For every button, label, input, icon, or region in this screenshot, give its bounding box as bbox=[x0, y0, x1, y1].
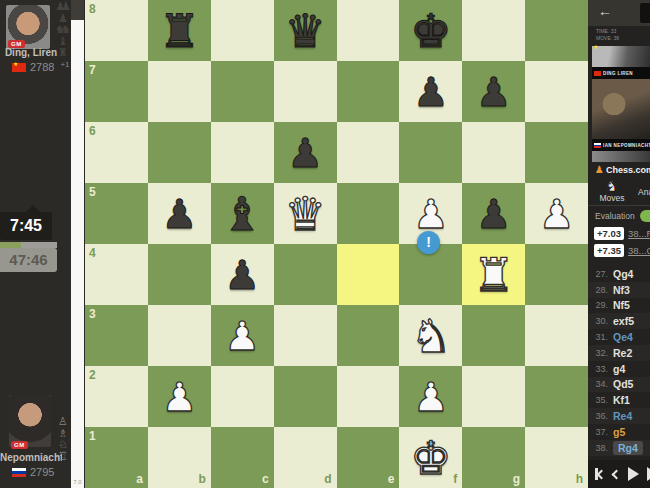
engine-line-moves[interactable]: 38...Qc7 bbox=[628, 245, 650, 256]
move-row-33[interactable]: 33.g4 bbox=[588, 361, 650, 377]
video-caption-top: DING LIREN bbox=[603, 71, 633, 76]
broadcast-meta: TIME: 33 MOVE: 38 bbox=[596, 28, 619, 42]
black-queen-d8[interactable]: ♛ bbox=[274, 0, 337, 61]
white-knight-f3[interactable]: ♞ bbox=[399, 305, 462, 366]
square-f2[interactable]: ♟ bbox=[399, 366, 462, 427]
square-g5[interactable]: ♟ bbox=[462, 183, 525, 244]
video-photo-top bbox=[592, 46, 650, 67]
move-number: 30. bbox=[588, 316, 608, 326]
sidebar-header: ← bbox=[588, 0, 650, 26]
video-photo-bottom bbox=[592, 151, 650, 162]
file-label-g: g bbox=[513, 472, 520, 486]
rating-row-top: 2788 bbox=[12, 61, 54, 73]
file-label-e: e bbox=[388, 472, 395, 486]
square-b6[interactable] bbox=[148, 122, 211, 183]
chesscom-logo: ♟ Chess.com bbox=[595, 164, 650, 175]
material-advantage: +1 bbox=[56, 59, 69, 69]
black-pawn-b5[interactable]: ♟ bbox=[148, 183, 211, 244]
move-san[interactable]: g5 bbox=[613, 426, 625, 438]
move-san[interactable]: Kf1 bbox=[613, 394, 630, 406]
meta-line-1: TIME: 33 bbox=[596, 28, 619, 35]
move-number: 33. bbox=[588, 364, 608, 374]
move-san[interactable]: Qe4 bbox=[613, 331, 633, 343]
square-g1[interactable]: g bbox=[462, 427, 525, 488]
square-c8[interactable] bbox=[211, 0, 274, 61]
video-caption-bottom: IAN NEPOMNIACHTCHI bbox=[603, 143, 650, 148]
square-b4[interactable] bbox=[148, 244, 211, 305]
move-san[interactable]: Nf3 bbox=[613, 284, 630, 296]
square-c5[interactable]: ♝ bbox=[211, 183, 274, 244]
move-san[interactable]: Nf5 bbox=[613, 299, 630, 311]
white-pawn-b2[interactable]: ♟ bbox=[148, 366, 211, 427]
square-h6[interactable] bbox=[525, 122, 588, 183]
player-name-bottom[interactable]: Nepomniacht... bbox=[0, 452, 62, 463]
black-clock: 7:45 bbox=[0, 212, 52, 240]
square-d1[interactable]: d bbox=[274, 427, 337, 488]
engine-line[interactable]: +7.0338...Ra8 bbox=[594, 226, 650, 241]
file-label-d: d bbox=[324, 472, 331, 486]
move-number: 35. bbox=[588, 395, 608, 405]
evaluation-bar: 7.0 bbox=[71, 0, 84, 488]
white-king-f1[interactable]: ♚ bbox=[399, 427, 462, 488]
square-d2[interactable] bbox=[274, 366, 337, 427]
white-queen-d5[interactable]: ♛ bbox=[274, 183, 337, 244]
captured-piece-icon: ♜ bbox=[58, 47, 68, 59]
rating-bottom: 2795 bbox=[30, 466, 54, 478]
black-pawn-g5[interactable]: ♟ bbox=[462, 183, 525, 244]
captured-piece-icon: ♟♟ bbox=[55, 1, 71, 13]
square-d3[interactable] bbox=[274, 305, 337, 366]
engine-line[interactable]: +7.3538...Qc7 bbox=[594, 243, 650, 258]
square-h3[interactable] bbox=[525, 305, 588, 366]
white-rook-g4[interactable]: ♜ bbox=[462, 244, 525, 305]
square-h4[interactable] bbox=[525, 244, 588, 305]
square-h1[interactable]: h bbox=[525, 427, 588, 488]
black-pawn-d6[interactable]: ♟ bbox=[274, 122, 337, 183]
square-c6[interactable] bbox=[211, 122, 274, 183]
white-pawn-c3[interactable]: ♟ bbox=[211, 305, 274, 366]
engine-lines: +7.0338...Ra8+7.3538...Qc7 bbox=[594, 226, 650, 260]
square-e2[interactable] bbox=[337, 366, 400, 427]
square-a3[interactable]: 3 bbox=[85, 305, 148, 366]
tab-moves[interactable]: ♞ Moves bbox=[588, 178, 636, 205]
russia-flag-icon bbox=[594, 143, 601, 148]
move-number: 27. bbox=[588, 269, 608, 279]
square-f8[interactable]: ♚ bbox=[399, 0, 462, 61]
square-g4[interactable]: ♜ bbox=[462, 244, 525, 305]
move-san[interactable]: Re2 bbox=[613, 347, 632, 359]
square-f7[interactable]: ♟ bbox=[399, 61, 462, 122]
rank-label-3: 3 bbox=[89, 307, 96, 321]
playback-controls bbox=[588, 460, 650, 488]
move-row-37[interactable]: 37.g5 bbox=[588, 424, 650, 440]
corner-piece-icon bbox=[640, 3, 650, 23]
jump-to-end-button[interactable] bbox=[647, 467, 650, 481]
white-clock: 47:46 bbox=[0, 248, 57, 272]
move-number: 28. bbox=[588, 285, 608, 295]
square-c3[interactable]: ♟ bbox=[211, 305, 274, 366]
captured-piece-icon: ♞♞ bbox=[55, 24, 71, 36]
move-row-35[interactable]: 35.Kf1 bbox=[588, 392, 650, 408]
captured-piece-icon: ♘ bbox=[58, 439, 68, 451]
square-h5[interactable]: ♟ bbox=[525, 183, 588, 244]
file-label-h: h bbox=[576, 472, 583, 486]
black-king-f8[interactable]: ♚ bbox=[399, 0, 462, 61]
captured-black-pieces: ♟♟♟♞♞♝♜+1 bbox=[54, 1, 72, 69]
video-photo-middle bbox=[592, 79, 650, 139]
square-c4[interactable]: ♟ bbox=[211, 244, 274, 305]
square-e8[interactable] bbox=[337, 0, 400, 61]
rank-label-7: 7 bbox=[89, 63, 96, 77]
square-g7[interactable]: ♟ bbox=[462, 61, 525, 122]
move-number: 31. bbox=[588, 332, 608, 342]
square-g8[interactable] bbox=[462, 0, 525, 61]
rank-label-4: 4 bbox=[89, 246, 96, 260]
square-e4[interactable] bbox=[337, 244, 400, 305]
captured-white-pieces: ♙♗♘♖ bbox=[54, 416, 72, 462]
square-c7[interactable] bbox=[211, 61, 274, 122]
evaluation-value: 7.0 bbox=[71, 479, 84, 485]
move-list: 27.Qg428.Nf329.Nf530.exf531.Qe432.Re233.… bbox=[588, 266, 650, 456]
square-b8[interactable]: ♜ bbox=[148, 0, 211, 61]
move-san[interactable]: Re4 bbox=[613, 410, 632, 422]
square-a6[interactable]: 6 bbox=[85, 122, 148, 183]
square-f6[interactable] bbox=[399, 122, 462, 183]
move-san[interactable]: Rg4 bbox=[613, 441, 643, 455]
knight-icon: ♞ bbox=[606, 180, 619, 193]
square-b1[interactable]: b bbox=[148, 427, 211, 488]
square-b2[interactable]: ♟ bbox=[148, 366, 211, 427]
square-c2[interactable] bbox=[211, 366, 274, 427]
captured-piece-icon: ♙ bbox=[58, 416, 68, 428]
square-h8[interactable] bbox=[525, 0, 588, 61]
logo-pawn-icon: ♟ bbox=[595, 164, 604, 175]
move-number: 34. bbox=[588, 379, 608, 389]
square-h2[interactable] bbox=[525, 366, 588, 427]
square-a1[interactable]: 1a bbox=[85, 427, 148, 488]
move-san[interactable]: Qd5 bbox=[613, 378, 633, 390]
move-row-28[interactable]: 28.Nf3 bbox=[588, 282, 650, 298]
jump-to-start-button[interactable] bbox=[595, 468, 605, 480]
move-number: 37. bbox=[588, 427, 608, 437]
square-e5[interactable] bbox=[337, 183, 400, 244]
tab-analysis[interactable]: Analysis bbox=[638, 187, 650, 197]
square-d7[interactable] bbox=[274, 61, 337, 122]
avatar-nepomniachtchi[interactable] bbox=[9, 395, 51, 447]
black-pawn-f7[interactable]: ♟ bbox=[399, 61, 462, 122]
square-a8[interactable]: 8 bbox=[85, 0, 148, 61]
square-a2[interactable]: 2 bbox=[85, 366, 148, 427]
captured-piece-icon: ♖ bbox=[58, 451, 68, 463]
move-number: 29. bbox=[588, 300, 608, 310]
square-f3[interactable]: ♞ bbox=[399, 305, 462, 366]
evaluation-toggle-row: Evaluation bbox=[595, 210, 650, 222]
video-nameplate-top: DING LIREN bbox=[592, 67, 650, 79]
previous-move-button[interactable] bbox=[613, 471, 620, 478]
move-number: 32. bbox=[588, 348, 608, 358]
square-b3[interactable] bbox=[148, 305, 211, 366]
move-row-32[interactable]: 32.Re2 bbox=[588, 345, 650, 361]
white-pawn-h5[interactable]: ♟ bbox=[525, 183, 588, 244]
sidebar-tabs: ♞ Moves Analysis bbox=[588, 178, 650, 206]
move-row-36[interactable]: 36.Re4 bbox=[588, 408, 650, 424]
file-label-b: b bbox=[198, 472, 205, 486]
square-b7[interactable] bbox=[148, 61, 211, 122]
engine-eval-chip: +7.35 bbox=[594, 244, 624, 257]
square-e1[interactable]: e bbox=[337, 427, 400, 488]
square-b5[interactable]: ♟ bbox=[148, 183, 211, 244]
chess-watch-app: GM Ding, Liren 2788 ♟♟♟♞♞♝♜+1 7:45 47:46… bbox=[0, 0, 650, 488]
russia-flag-icon bbox=[12, 468, 26, 477]
square-e7[interactable] bbox=[337, 61, 400, 122]
square-g3[interactable] bbox=[462, 305, 525, 366]
gm-badge-bottom: GM bbox=[11, 441, 28, 449]
black-bishop-c5[interactable]: ♝ bbox=[211, 183, 274, 244]
china-flag-icon bbox=[12, 63, 26, 72]
file-label-c: c bbox=[262, 472, 269, 486]
back-arrow-icon[interactable]: ← bbox=[598, 3, 612, 19]
move-row-27[interactable]: 27.Qg4 bbox=[588, 266, 650, 282]
move-san[interactable]: Qg4 bbox=[613, 268, 633, 280]
square-d6[interactable]: ♟ bbox=[274, 122, 337, 183]
video-nameplate-bottom: IAN NEPOMNIACHTCHI bbox=[592, 139, 650, 151]
player-name-top[interactable]: Ding, Liren bbox=[0, 47, 62, 58]
move-number: 38. bbox=[588, 443, 608, 453]
black-rook-b8[interactable]: ♜ bbox=[148, 0, 211, 61]
rank-label-8: 8 bbox=[89, 2, 96, 16]
file-label-a: a bbox=[136, 472, 143, 486]
move-row-29[interactable]: 29.Nf5 bbox=[588, 298, 650, 314]
square-h7[interactable] bbox=[525, 61, 588, 122]
great-move-badge-icon: ! bbox=[417, 231, 440, 254]
engine-eval-chip: +7.03 bbox=[594, 227, 624, 240]
rating-top: 2788 bbox=[30, 61, 54, 73]
white-pawn-f2[interactable]: ♟ bbox=[399, 366, 462, 427]
square-g2[interactable] bbox=[462, 366, 525, 427]
square-c1[interactable]: c bbox=[211, 427, 274, 488]
engine-line-moves[interactable]: 38...Ra8 bbox=[628, 228, 650, 239]
rank-label-6: 6 bbox=[89, 124, 96, 138]
move-row-38[interactable]: 38.Rg4 bbox=[588, 440, 650, 456]
square-g6[interactable] bbox=[462, 122, 525, 183]
next-move-button[interactable] bbox=[628, 467, 639, 481]
analysis-sidebar: ← TIME: 33 MOVE: 38 DING LIREN IAN NEPOM… bbox=[588, 0, 650, 488]
move-row-34[interactable]: 34.Qd5 bbox=[588, 377, 650, 393]
chess-board[interactable]: 8♜♛♚7♟♟6♟5♟♝♛♟♟♟4♟♜3♟♞2♟♟1abcdef♚gh bbox=[85, 0, 588, 488]
square-e3[interactable] bbox=[337, 305, 400, 366]
square-a5[interactable]: 5 bbox=[85, 183, 148, 244]
square-a4[interactable]: 4 bbox=[85, 244, 148, 305]
rating-row-bottom: 2795 bbox=[12, 466, 54, 478]
square-d4[interactable] bbox=[274, 244, 337, 305]
square-e6[interactable] bbox=[337, 122, 400, 183]
square-a7[interactable]: 7 bbox=[85, 61, 148, 122]
move-row-30[interactable]: 30.exf5 bbox=[588, 313, 650, 329]
rank-label-1: 1 bbox=[89, 429, 96, 443]
square-f1[interactable]: f♚ bbox=[399, 427, 462, 488]
rank-label-5: 5 bbox=[89, 185, 96, 199]
meta-line-2: MOVE: 38 bbox=[596, 35, 619, 42]
china-flag-icon bbox=[594, 71, 601, 76]
move-san[interactable]: exf5 bbox=[613, 315, 634, 327]
evaluation-bar-black-portion bbox=[71, 0, 84, 20]
evaluation-toggle[interactable] bbox=[640, 210, 650, 222]
move-san[interactable]: g4 bbox=[613, 363, 625, 375]
square-d5[interactable]: ♛ bbox=[274, 183, 337, 244]
rank-label-2: 2 bbox=[89, 368, 96, 382]
black-pawn-g7[interactable]: ♟ bbox=[462, 61, 525, 122]
square-d8[interactable]: ♛ bbox=[274, 0, 337, 61]
move-row-31[interactable]: 31.Qe4 bbox=[588, 329, 650, 345]
move-number: 36. bbox=[588, 411, 608, 421]
broadcast-video-thumbnail[interactable]: DING LIREN IAN NEPOMNIACHTCHI bbox=[592, 46, 650, 162]
black-pawn-c4[interactable]: ♟ bbox=[211, 244, 274, 305]
